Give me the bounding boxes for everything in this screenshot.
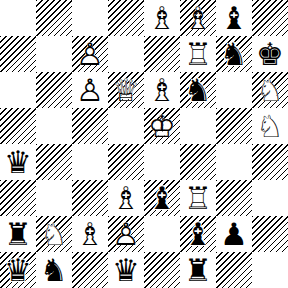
square-a2[interactable]: ♜ bbox=[0, 216, 36, 252]
square-c6[interactable]: ♟♙ bbox=[72, 72, 108, 108]
white-bishop-icon: ♗ bbox=[144, 0, 180, 36]
black-queen-icon: ♛ bbox=[108, 252, 144, 288]
white-bishop[interactable]: ♝♗ bbox=[144, 72, 180, 108]
square-a4[interactable]: ♛ bbox=[0, 144, 36, 180]
square-d7[interactable] bbox=[108, 36, 144, 72]
square-c5[interactable] bbox=[72, 108, 108, 144]
square-g3[interactable] bbox=[216, 180, 252, 216]
square-h1[interactable] bbox=[252, 252, 288, 288]
black-knight-icon: ♞ bbox=[216, 36, 252, 72]
square-b3[interactable] bbox=[36, 180, 72, 216]
white-knight[interactable]: ♞♘ bbox=[252, 108, 288, 144]
square-d8[interactable] bbox=[108, 0, 144, 36]
square-e7[interactable] bbox=[144, 36, 180, 72]
black-knight-icon: ♞ bbox=[180, 72, 216, 108]
square-b7[interactable] bbox=[36, 36, 72, 72]
square-e5[interactable]: ♚♔ bbox=[144, 108, 180, 144]
square-b2[interactable]: ♞♘ bbox=[36, 216, 72, 252]
square-a8[interactable] bbox=[0, 0, 36, 36]
square-h6[interactable]: ♞♘ bbox=[252, 72, 288, 108]
square-d6[interactable]: ♛♕ bbox=[108, 72, 144, 108]
white-bishop-icon: ♗ bbox=[180, 0, 216, 36]
white-knight-icon: ♘ bbox=[252, 72, 288, 108]
black-bishop[interactable]: ♝ bbox=[144, 180, 180, 216]
square-b5[interactable] bbox=[36, 108, 72, 144]
square-f8[interactable]: ♝♗ bbox=[180, 0, 216, 36]
square-h2[interactable] bbox=[252, 216, 288, 252]
square-b6[interactable] bbox=[36, 72, 72, 108]
white-bishop[interactable]: ♝♗ bbox=[108, 180, 144, 216]
white-knight[interactable]: ♞♘ bbox=[36, 216, 72, 252]
white-queen[interactable]: ♛♕ bbox=[108, 72, 144, 108]
square-e4[interactable] bbox=[144, 144, 180, 180]
square-d3[interactable]: ♝♗ bbox=[108, 180, 144, 216]
black-queen-icon: ♛ bbox=[0, 252, 36, 288]
black-knight[interactable]: ♞ bbox=[36, 252, 72, 288]
white-bishop-icon: ♗ bbox=[144, 72, 180, 108]
square-e3[interactable]: ♝ bbox=[144, 180, 180, 216]
white-knight-icon: ♘ bbox=[36, 216, 72, 252]
square-h7[interactable]: ♚ bbox=[252, 36, 288, 72]
white-bishop-icon: ♗ bbox=[72, 216, 108, 252]
black-queen[interactable]: ♛ bbox=[0, 144, 36, 180]
white-rook-icon: ♖ bbox=[180, 180, 216, 216]
square-c1[interactable] bbox=[72, 252, 108, 288]
square-g4[interactable] bbox=[216, 144, 252, 180]
square-d5[interactable] bbox=[108, 108, 144, 144]
square-a3[interactable] bbox=[0, 180, 36, 216]
square-d4[interactable] bbox=[108, 144, 144, 180]
white-pawn-icon: ♙ bbox=[108, 216, 144, 252]
square-h8[interactable] bbox=[252, 0, 288, 36]
square-e8[interactable]: ♝♗ bbox=[144, 0, 180, 36]
square-g8[interactable]: ♝ bbox=[216, 0, 252, 36]
square-c8[interactable] bbox=[72, 0, 108, 36]
black-bishop-icon: ♝ bbox=[216, 0, 252, 36]
square-h5[interactable]: ♞♘ bbox=[252, 108, 288, 144]
square-f2[interactable]: ♝ bbox=[180, 216, 216, 252]
white-pawn[interactable]: ♟♙ bbox=[72, 72, 108, 108]
black-knight[interactable]: ♞ bbox=[216, 36, 252, 72]
black-queen-icon: ♛ bbox=[0, 144, 36, 180]
black-pawn-icon: ♟ bbox=[216, 216, 252, 252]
square-b8[interactable] bbox=[36, 0, 72, 36]
square-a6[interactable] bbox=[0, 72, 36, 108]
square-c4[interactable] bbox=[72, 144, 108, 180]
square-g2[interactable]: ♟ bbox=[216, 216, 252, 252]
square-b4[interactable] bbox=[36, 144, 72, 180]
square-c3[interactable] bbox=[72, 180, 108, 216]
square-g6[interactable] bbox=[216, 72, 252, 108]
black-king-icon: ♚ bbox=[252, 36, 288, 72]
white-pawn[interactable]: ♟♙ bbox=[108, 216, 144, 252]
black-rook[interactable]: ♜ bbox=[180, 252, 216, 288]
square-f3[interactable]: ♜♖ bbox=[180, 180, 216, 216]
white-pawn[interactable]: ♟♙ bbox=[72, 36, 108, 72]
square-g7[interactable]: ♞ bbox=[216, 36, 252, 72]
black-king[interactable]: ♚ bbox=[252, 36, 288, 72]
square-c7[interactable]: ♟♙ bbox=[72, 36, 108, 72]
white-bishop[interactable]: ♝♗ bbox=[72, 216, 108, 252]
white-rook[interactable]: ♜♖ bbox=[180, 36, 216, 72]
square-f4[interactable] bbox=[180, 144, 216, 180]
white-pawn-icon: ♙ bbox=[72, 36, 108, 72]
square-a5[interactable] bbox=[0, 108, 36, 144]
black-knight[interactable]: ♞ bbox=[180, 72, 216, 108]
square-h4[interactable] bbox=[252, 144, 288, 180]
square-h3[interactable] bbox=[252, 180, 288, 216]
square-b1[interactable]: ♞ bbox=[36, 252, 72, 288]
square-e2[interactable] bbox=[144, 216, 180, 252]
white-rook[interactable]: ♜♖ bbox=[180, 180, 216, 216]
black-bishop-icon: ♝ bbox=[180, 216, 216, 252]
black-bishop[interactable]: ♝ bbox=[180, 216, 216, 252]
white-bishop[interactable]: ♝♗ bbox=[180, 0, 216, 36]
square-g1[interactable] bbox=[216, 252, 252, 288]
white-knight[interactable]: ♞♘ bbox=[252, 72, 288, 108]
white-bishop-icon: ♗ bbox=[108, 180, 144, 216]
black-pawn[interactable]: ♟ bbox=[216, 216, 252, 252]
square-d1[interactable]: ♛ bbox=[108, 252, 144, 288]
square-f6[interactable]: ♞ bbox=[180, 72, 216, 108]
square-e6[interactable]: ♝♗ bbox=[144, 72, 180, 108]
black-queen[interactable]: ♛ bbox=[0, 252, 36, 288]
black-bishop[interactable]: ♝ bbox=[216, 0, 252, 36]
square-f7[interactable]: ♜♖ bbox=[180, 36, 216, 72]
white-king[interactable]: ♚♔ bbox=[144, 108, 180, 144]
white-knight-icon: ♘ bbox=[252, 108, 288, 144]
white-king-icon: ♔ bbox=[144, 108, 180, 144]
square-a1[interactable]: ♛ bbox=[0, 252, 36, 288]
black-rook-icon: ♜ bbox=[0, 216, 36, 252]
chess-board: ♝♗♝♗♝♟♙♜♖♞♚♟♙♛♕♝♗♞♞♘♚♔♞♘♛♝♗♝♜♖♜♞♘♝♗♟♙♝♟♛… bbox=[0, 0, 288, 288]
black-bishop-icon: ♝ bbox=[144, 180, 180, 216]
black-knight-icon: ♞ bbox=[36, 252, 72, 288]
square-c2[interactable]: ♝♗ bbox=[72, 216, 108, 252]
black-queen[interactable]: ♛ bbox=[108, 252, 144, 288]
square-f5[interactable] bbox=[180, 108, 216, 144]
square-e1[interactable] bbox=[144, 252, 180, 288]
white-queen-icon: ♕ bbox=[108, 72, 144, 108]
square-a7[interactable] bbox=[0, 36, 36, 72]
white-pawn-icon: ♙ bbox=[72, 72, 108, 108]
black-rook[interactable]: ♜ bbox=[0, 216, 36, 252]
white-rook-icon: ♖ bbox=[180, 36, 216, 72]
black-rook-icon: ♜ bbox=[180, 252, 216, 288]
square-d2[interactable]: ♟♙ bbox=[108, 216, 144, 252]
square-g5[interactable] bbox=[216, 108, 252, 144]
white-bishop[interactable]: ♝♗ bbox=[144, 0, 180, 36]
square-f1[interactable]: ♜ bbox=[180, 252, 216, 288]
